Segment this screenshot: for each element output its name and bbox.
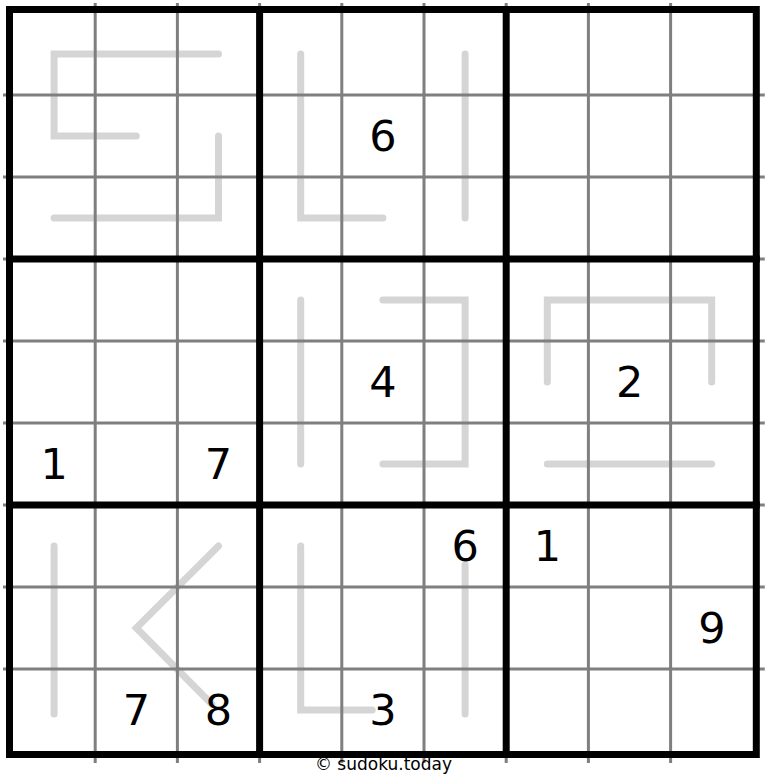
sudoku-board: 64217619783	[0, 0, 767, 777]
cell-r5c3[interactable]	[177, 341, 259, 423]
given-digit: 6	[452, 525, 479, 568]
cell-r7c8[interactable]	[589, 505, 671, 587]
cell-r8c7[interactable]	[506, 587, 588, 669]
cell-r8c8[interactable]	[589, 587, 671, 669]
cell-r2c2[interactable]	[95, 95, 177, 177]
cell-r7c2[interactable]	[95, 505, 177, 587]
cell-r3c8[interactable]	[589, 177, 671, 259]
cell-r5c6[interactable]	[424, 341, 506, 423]
cell-r9c6[interactable]	[424, 669, 506, 751]
cell-r6c7[interactable]	[506, 423, 588, 505]
cell-r1c5[interactable]	[342, 13, 424, 95]
cell-r6c2[interactable]	[95, 423, 177, 505]
cell-r6c6[interactable]	[424, 423, 506, 505]
cell-r3c2[interactable]	[95, 177, 177, 259]
cell-r4c2[interactable]	[95, 259, 177, 341]
cell-r5c4[interactable]	[260, 341, 342, 423]
cell-r2c3[interactable]	[177, 95, 259, 177]
cell-r4c3[interactable]	[177, 259, 259, 341]
cell-r9c2[interactable]: 7	[95, 669, 177, 751]
cell-r6c3[interactable]: 7	[177, 423, 259, 505]
cell-r4c8[interactable]	[589, 259, 671, 341]
cell-r4c1[interactable]	[13, 259, 95, 341]
cell-r3c1[interactable]	[13, 177, 95, 259]
given-digit: 1	[534, 525, 561, 568]
cell-r2c7[interactable]	[506, 95, 588, 177]
cell-r6c1[interactable]: 1	[13, 423, 95, 505]
cell-r8c6[interactable]	[424, 587, 506, 669]
cell-r4c6[interactable]	[424, 259, 506, 341]
copyright-footer: © sudoku.today	[0, 754, 767, 774]
cell-r1c4[interactable]	[260, 13, 342, 95]
cell-r1c6[interactable]	[424, 13, 506, 95]
cell-r5c1[interactable]	[13, 341, 95, 423]
cell-r1c3[interactable]	[177, 13, 259, 95]
cell-r3c4[interactable]	[260, 177, 342, 259]
cell-r5c7[interactable]	[506, 341, 588, 423]
given-digit: 3	[369, 689, 396, 732]
cell-r1c2[interactable]	[95, 13, 177, 95]
cell-r9c8[interactable]	[589, 669, 671, 751]
cell-r1c9[interactable]	[671, 13, 753, 95]
given-digit: 2	[616, 361, 643, 404]
cell-r5c8[interactable]: 2	[589, 341, 671, 423]
cell-r7c7[interactable]: 1	[506, 505, 588, 587]
cell-r8c2[interactable]	[95, 587, 177, 669]
cell-r9c3[interactable]: 8	[177, 669, 259, 751]
cell-r1c7[interactable]	[506, 13, 588, 95]
cell-r3c6[interactable]	[424, 177, 506, 259]
cell-r7c3[interactable]	[177, 505, 259, 587]
cell-r5c9[interactable]	[671, 341, 753, 423]
cell-r7c1[interactable]	[13, 505, 95, 587]
cell-r1c8[interactable]	[589, 13, 671, 95]
cell-r8c5[interactable]	[342, 587, 424, 669]
copyright-text: © sudoku.today	[315, 754, 452, 774]
cell-r8c4[interactable]	[260, 587, 342, 669]
given-digit: 1	[40, 443, 67, 486]
given-digit: 9	[698, 607, 725, 650]
cell-r6c8[interactable]	[589, 423, 671, 505]
cell-r3c3[interactable]	[177, 177, 259, 259]
cell-r4c5[interactable]	[342, 259, 424, 341]
cell-r9c7[interactable]	[506, 669, 588, 751]
given-digit: 7	[205, 443, 232, 486]
cell-r7c9[interactable]	[671, 505, 753, 587]
cell-r7c5[interactable]	[342, 505, 424, 587]
cell-r2c8[interactable]	[589, 95, 671, 177]
cell-r2c9[interactable]	[671, 95, 753, 177]
cell-r6c5[interactable]	[342, 423, 424, 505]
cell-r3c7[interactable]	[506, 177, 588, 259]
cell-r1c1[interactable]	[13, 13, 95, 95]
cell-r2c6[interactable]	[424, 95, 506, 177]
cell-r5c5[interactable]: 4	[342, 341, 424, 423]
cell-r6c9[interactable]	[671, 423, 753, 505]
cell-r3c5[interactable]	[342, 177, 424, 259]
cell-r7c4[interactable]	[260, 505, 342, 587]
cell-r9c1[interactable]	[13, 669, 95, 751]
given-digit: 7	[123, 689, 150, 732]
cell-r3c9[interactable]	[671, 177, 753, 259]
given-digit: 6	[369, 115, 396, 158]
cell-r7c6[interactable]: 6	[424, 505, 506, 587]
sudoku-grid: 64217619783	[13, 13, 753, 751]
given-digit: 4	[369, 361, 396, 404]
cell-r8c9[interactable]: 9	[671, 587, 753, 669]
cell-r6c4[interactable]	[260, 423, 342, 505]
cell-r2c4[interactable]	[260, 95, 342, 177]
cell-r2c5[interactable]: 6	[342, 95, 424, 177]
given-digit: 8	[205, 689, 232, 732]
cell-r4c4[interactable]	[260, 259, 342, 341]
cell-r9c4[interactable]	[260, 669, 342, 751]
cell-r9c5[interactable]: 3	[342, 669, 424, 751]
cell-r4c7[interactable]	[506, 259, 588, 341]
cell-r4c9[interactable]	[671, 259, 753, 341]
cell-r9c9[interactable]	[671, 669, 753, 751]
cell-r5c2[interactable]	[95, 341, 177, 423]
cell-r2c1[interactable]	[13, 95, 95, 177]
cell-r8c3[interactable]	[177, 587, 259, 669]
cell-r8c1[interactable]	[13, 587, 95, 669]
